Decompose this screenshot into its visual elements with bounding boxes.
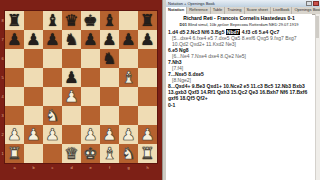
white-pawn-piece: ♟ (24, 125, 43, 144)
file-label-e: e (81, 163, 100, 172)
game-details-text: Blind simul, 10b дебют Вересова Rotterda… (188, 22, 298, 27)
square-f4[interactable] (100, 87, 119, 106)
black-queen-piece: ♛ (62, 11, 81, 30)
black-pawn-piece: ♟ (119, 30, 138, 49)
square-a6[interactable] (5, 49, 24, 68)
square-e4[interactable] (81, 87, 100, 106)
square-a8[interactable]: ♜ (5, 11, 24, 30)
square-d4[interactable]: ♟ (62, 87, 81, 106)
notation-title: Notation + Openings Book (166, 1, 306, 6)
move-list: 1.d4 d5 2.Nc3 Nf6 3.Bg5 Nbd7 4.f3 c6 5.e… (168, 29, 310, 108)
square-g5[interactable]: ♝ (119, 68, 138, 87)
white-knight-piece: ♞ (43, 106, 62, 125)
square-h4[interactable] (138, 87, 157, 106)
square-c4[interactable] (43, 87, 62, 106)
notation-content: Richard Reti - Francois Cornelis Hastede… (166, 14, 312, 180)
chess-board[interactable]: ♜♝♛♚♝♜♟♟♟♞♟♟♟♟♞♟♝♟♞♟♟♟♟♟♟♟♜♛♚♝♞♜ (5, 11, 157, 163)
black-pawn-piece: ♟ (100, 30, 119, 49)
black-rook-piece: ♜ (138, 11, 157, 30)
white-pawn-piece: ♟ (43, 125, 62, 144)
move-text[interactable]: 8...Qxd4+ 9.Be3 Qxd1+ 10.Nce2 e5 11.c3 B… (168, 83, 307, 101)
board-window: 87654321 ♜♝♛♚♝♜♟♟♟♞♟♟♟♟♞♟♝♟♞♟♟♟♟♟♟♟♜♛♚♝♞… (0, 0, 162, 180)
square-c6[interactable] (43, 49, 62, 68)
screen: 87654321 ♜♝♛♚♝♜♟♟♟♞♟♟♟♟♞♟♝♟♞♟♟♟♟♟♟♟♜♛♚♝♞… (0, 0, 320, 180)
square-e7[interactable]: ♟ (81, 30, 100, 49)
square-f5[interactable] (100, 68, 119, 87)
move-text[interactable]: [6...Ne4 7.Nxe4 dxe4 8.Qe2 Ne5] (172, 53, 246, 59)
move-text[interactable]: [5...dxe4 6.fxe4 e5 7.dxe5 Qa5 8.exf6 Qx… (172, 35, 297, 47)
square-d3[interactable] (62, 106, 81, 125)
white-pawn-piece: ♟ (100, 125, 119, 144)
square-a5[interactable] (5, 68, 24, 87)
square-g1[interactable]: ♞ (119, 144, 138, 163)
square-a1[interactable]: ♜ (5, 144, 24, 163)
notation-window: Notation + Openings Book NotationReferen… (166, 0, 320, 180)
square-b7[interactable]: ♟ (24, 30, 43, 49)
black-pawn-piece: ♟ (43, 30, 62, 49)
square-g2[interactable]: ♟ (119, 125, 138, 144)
square-b1[interactable] (24, 144, 43, 163)
square-f2[interactable]: ♟ (100, 125, 119, 144)
eco-code: D01 (180, 22, 187, 27)
square-d8[interactable]: ♛ (62, 11, 81, 30)
black-knight-piece: ♞ (100, 49, 119, 68)
square-b5[interactable] (24, 68, 43, 87)
game-details: D01 Blind simul, 10b дебют Вересова Rott… (168, 22, 310, 27)
square-f1[interactable]: ♝ (100, 144, 119, 163)
square-a4[interactable] (5, 87, 24, 106)
move-line: [5...dxe4 6.fxe4 e5 7.dxe5 Qa5 8.exf6 Qx… (172, 35, 310, 47)
square-g7[interactable]: ♟ (119, 30, 138, 49)
black-rook-piece: ♜ (5, 11, 24, 30)
square-h7[interactable]: ♟ (138, 30, 157, 49)
square-c8[interactable]: ♝ (43, 11, 62, 30)
square-c3[interactable]: ♞ (43, 106, 62, 125)
white-pawn-piece: ♟ (119, 125, 138, 144)
black-pawn-piece: ♟ (5, 30, 24, 49)
white-pawn-piece: ♟ (138, 125, 157, 144)
tab-notation[interactable]: Notation (166, 7, 187, 14)
game-header: Richard Reti - Francois Cornelis Hastede… (168, 15, 310, 21)
file-label-g: g (119, 163, 138, 172)
square-c7[interactable]: ♟ (43, 30, 62, 49)
square-g4[interactable] (119, 87, 138, 106)
square-f6[interactable]: ♞ (100, 49, 119, 68)
square-d7[interactable]: ♞ (62, 30, 81, 49)
white-queen-piece: ♛ (62, 144, 81, 163)
black-pawn-piece: ♟ (138, 30, 157, 49)
square-c1[interactable] (43, 144, 62, 163)
white-pawn-piece: ♟ (62, 87, 81, 106)
file-label-d: d (62, 163, 81, 172)
square-f3[interactable] (100, 106, 119, 125)
scrollbar[interactable] (315, 14, 320, 180)
white-knight-piece: ♞ (119, 144, 138, 163)
white-king-piece: ♚ (81, 144, 100, 163)
white-pawn-piece: ♟ (5, 125, 24, 144)
move-text[interactable]: 0-1 (168, 102, 175, 108)
square-d2[interactable] (62, 125, 81, 144)
square-h8[interactable]: ♜ (138, 11, 157, 30)
black-knight-piece: ♞ (62, 30, 81, 49)
black-bishop-piece: ♝ (100, 11, 119, 30)
white-pawn-piece: ♟ (81, 125, 100, 144)
square-e1[interactable]: ♚ (81, 144, 100, 163)
square-g6[interactable] (119, 49, 138, 68)
square-e2[interactable]: ♟ (81, 125, 100, 144)
file-label-a: a (5, 163, 24, 172)
square-h5[interactable] (138, 68, 157, 87)
square-c2[interactable]: ♟ (43, 125, 62, 144)
tab-table[interactable]: Table (211, 7, 226, 14)
tab-reference[interactable]: Reference (187, 7, 210, 14)
move-line: 8...Qxd4+ 9.Be3 Qxd1+ 10.Nce2 e5 11.c3 B… (168, 83, 310, 101)
black-pawn-piece: ♟ (81, 30, 100, 49)
white-rook-piece: ♜ (5, 144, 24, 163)
square-h2[interactable]: ♟ (138, 125, 157, 144)
white-bishop-piece: ♝ (119, 68, 138, 87)
square-a2[interactable]: ♟ (5, 125, 24, 144)
square-h3[interactable] (138, 106, 157, 125)
square-d6[interactable] (62, 49, 81, 68)
square-d1[interactable]: ♛ (62, 144, 81, 163)
square-e6[interactable] (81, 49, 100, 68)
tab-score-sheet[interactable]: Score sheet (245, 7, 271, 14)
white-bishop-piece: ♝ (100, 144, 119, 163)
black-pawn-piece: ♟ (24, 30, 43, 49)
square-e5[interactable] (81, 68, 100, 87)
square-g3[interactable] (119, 106, 138, 125)
square-h6[interactable] (138, 49, 157, 68)
file-label-c: c (43, 163, 62, 172)
file-labels: abcdefgh (5, 163, 157, 172)
square-a7[interactable]: ♟ (5, 30, 24, 49)
square-f7[interactable]: ♟ (100, 30, 119, 49)
black-bishop-piece: ♝ (43, 11, 62, 30)
black-king-piece: ♚ (81, 11, 100, 30)
file-label-b: b (24, 163, 43, 172)
square-b4[interactable] (24, 87, 43, 106)
square-f8[interactable]: ♝ (100, 11, 119, 30)
file-label-f: f (100, 163, 119, 172)
square-b2[interactable]: ♟ (24, 125, 43, 144)
square-g8[interactable] (119, 11, 138, 30)
square-b6[interactable] (24, 49, 43, 68)
tab-livebook[interactable]: LiveBook (271, 7, 292, 14)
square-b3[interactable] (24, 106, 43, 125)
square-e8[interactable]: ♚ (81, 11, 100, 30)
file-label-h: h (138, 163, 157, 172)
black-pawn-piece: ♟ (62, 68, 81, 87)
square-e3[interactable] (81, 106, 100, 125)
scrollbar-thumb[interactable] (316, 16, 319, 38)
minimize-button[interactable] (306, 1, 312, 6)
square-c5[interactable] (43, 68, 62, 87)
game-result: 0-1 (168, 102, 310, 108)
tab-training[interactable]: Training (225, 7, 244, 14)
square-h1[interactable]: ♜ (138, 144, 157, 163)
square-b8[interactable] (24, 11, 43, 30)
close-button[interactable] (313, 1, 319, 6)
tab-openings-book[interactable]: Openings Book (292, 7, 320, 14)
square-d5[interactable]: ♟ (62, 68, 81, 87)
white-rook-piece: ♜ (138, 144, 157, 163)
square-a3[interactable] (5, 106, 24, 125)
